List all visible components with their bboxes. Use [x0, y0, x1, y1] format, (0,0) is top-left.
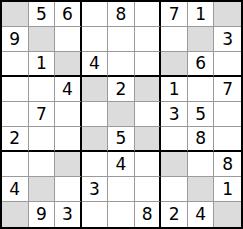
cell-r4c7[interactable]: 1	[161, 77, 188, 102]
cell-r6c9[interactable]	[214, 127, 241, 152]
cell-r9c6[interactable]: 8	[135, 202, 162, 227]
cell-r2c2[interactable]	[29, 27, 56, 52]
cell-r9c9[interactable]	[214, 202, 241, 227]
cell-r3c7[interactable]	[161, 52, 188, 77]
cell-r3c3[interactable]	[55, 52, 82, 77]
cell-r5c6[interactable]	[135, 102, 162, 127]
cell-r5c3[interactable]	[55, 102, 82, 127]
cell-r5c2[interactable]: 7	[29, 102, 56, 127]
cell-r8c7[interactable]	[161, 177, 188, 202]
cell-r6c7[interactable]	[161, 127, 188, 152]
cell-r8c3[interactable]	[55, 177, 82, 202]
cell-r2c9[interactable]: 3	[214, 27, 241, 52]
cell-r7c1[interactable]	[2, 152, 29, 177]
cell-r1c6[interactable]	[135, 2, 162, 27]
cell-r6c8[interactable]: 8	[188, 127, 215, 152]
cell-r2c4[interactable]	[82, 27, 109, 52]
cell-r9c7[interactable]: 2	[161, 202, 188, 227]
cell-r9c2[interactable]: 9	[29, 202, 56, 227]
cell-r1c3[interactable]: 6	[55, 2, 82, 27]
cell-r7c5[interactable]: 4	[108, 152, 135, 177]
cell-r4c8[interactable]	[188, 77, 215, 102]
cell-r8c1[interactable]: 4	[2, 177, 29, 202]
cell-r5c9[interactable]	[214, 102, 241, 127]
cell-r6c2[interactable]	[29, 127, 56, 152]
cell-r8c4[interactable]: 3	[82, 177, 109, 202]
cell-r4c9[interactable]: 7	[214, 77, 241, 102]
cell-r8c8[interactable]	[188, 177, 215, 202]
cell-r1c2[interactable]: 5	[29, 2, 56, 27]
cell-r3c8[interactable]: 6	[188, 52, 215, 77]
cell-r5c8[interactable]: 5	[188, 102, 215, 127]
cell-r3c5[interactable]	[108, 52, 135, 77]
cell-r5c5[interactable]	[108, 102, 135, 127]
cell-r5c1[interactable]	[2, 102, 29, 127]
cell-r2c3[interactable]	[55, 27, 82, 52]
cell-r8c6[interactable]	[135, 177, 162, 202]
cell-r1c8[interactable]: 1	[188, 2, 215, 27]
cell-r3c1[interactable]	[2, 52, 29, 77]
cell-r1c5[interactable]: 8	[108, 2, 135, 27]
cell-r4c4[interactable]	[82, 77, 109, 102]
cell-r6c4[interactable]	[82, 127, 109, 152]
cell-r1c4[interactable]	[82, 2, 109, 27]
sudoku-board: 568719314642177352584843193824	[0, 0, 243, 229]
cell-r4c1[interactable]	[2, 77, 29, 102]
cell-r9c3[interactable]: 3	[55, 202, 82, 227]
cell-r6c1[interactable]: 2	[2, 127, 29, 152]
cell-r2c7[interactable]	[161, 27, 188, 52]
cell-r7c4[interactable]	[82, 152, 109, 177]
cell-r9c4[interactable]	[82, 202, 109, 227]
cell-r1c9[interactable]	[214, 2, 241, 27]
cell-r7c2[interactable]	[29, 152, 56, 177]
cell-r3c6[interactable]	[135, 52, 162, 77]
cell-r5c4[interactable]	[82, 102, 109, 127]
cell-r2c8[interactable]	[188, 27, 215, 52]
cell-r3c4[interactable]: 4	[82, 52, 109, 77]
cell-r4c2[interactable]	[29, 77, 56, 102]
cell-r6c5[interactable]: 5	[108, 127, 135, 152]
cell-r3c2[interactable]: 1	[29, 52, 56, 77]
cell-r7c6[interactable]	[135, 152, 162, 177]
cell-r8c2[interactable]	[29, 177, 56, 202]
cell-r4c6[interactable]	[135, 77, 162, 102]
cell-r4c5[interactable]: 2	[108, 77, 135, 102]
cell-r9c1[interactable]	[2, 202, 29, 227]
cell-r9c5[interactable]	[108, 202, 135, 227]
cell-r1c1[interactable]	[2, 2, 29, 27]
cell-r7c3[interactable]	[55, 152, 82, 177]
cell-r2c1[interactable]: 9	[2, 27, 29, 52]
cell-r7c7[interactable]	[161, 152, 188, 177]
cell-r9c8[interactable]: 4	[188, 202, 215, 227]
cell-r1c7[interactable]: 7	[161, 2, 188, 27]
cell-r8c9[interactable]: 1	[214, 177, 241, 202]
cell-r7c9[interactable]: 8	[214, 152, 241, 177]
cell-r6c6[interactable]	[135, 127, 162, 152]
cell-r2c6[interactable]	[135, 27, 162, 52]
cell-r4c3[interactable]: 4	[55, 77, 82, 102]
cell-r3c9[interactable]	[214, 52, 241, 77]
cell-r2c5[interactable]	[108, 27, 135, 52]
cell-r8c5[interactable]	[108, 177, 135, 202]
cell-r5c7[interactable]: 3	[161, 102, 188, 127]
cell-r7c8[interactable]	[188, 152, 215, 177]
cell-r6c3[interactable]	[55, 127, 82, 152]
